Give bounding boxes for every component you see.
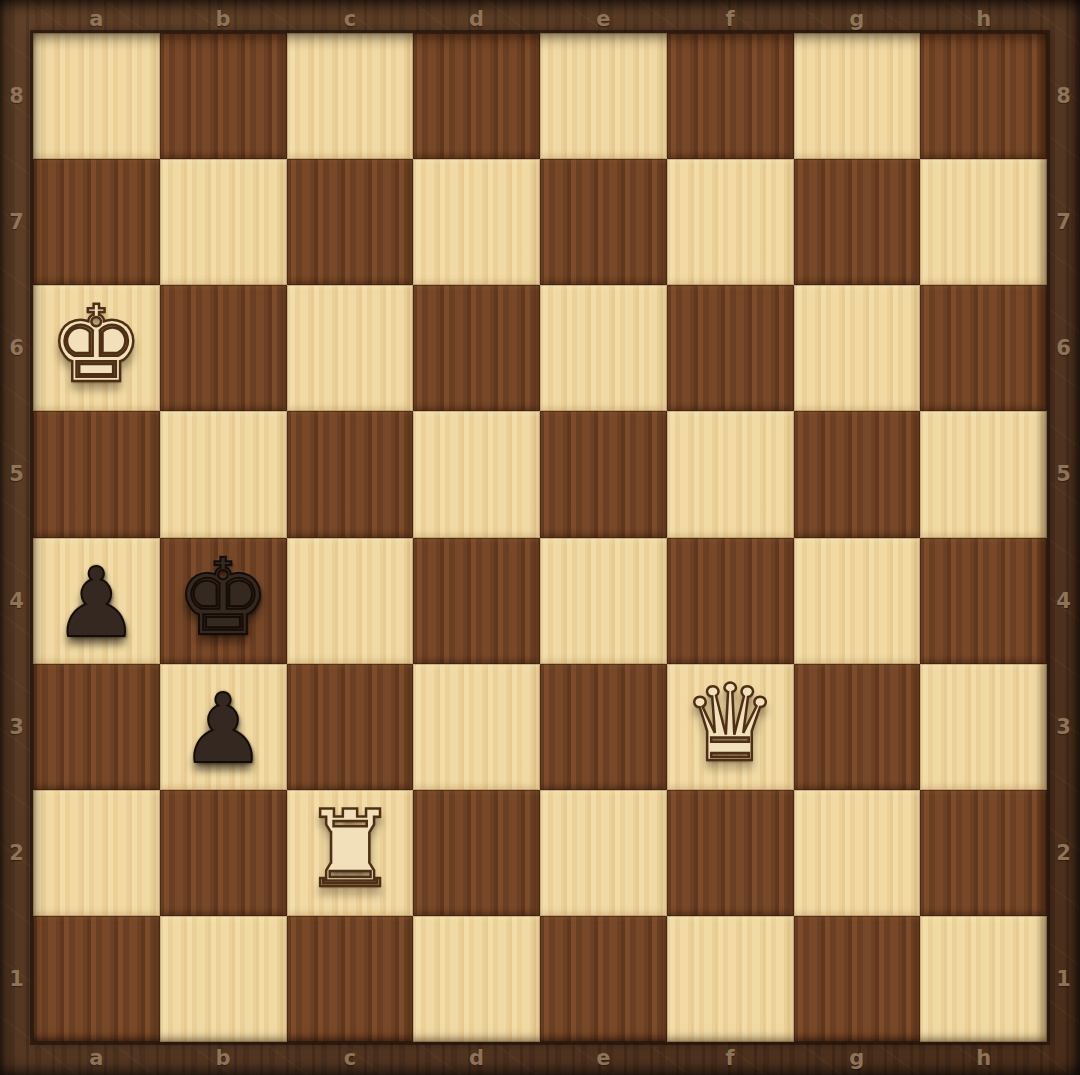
square-c3[interactable] bbox=[287, 664, 414, 790]
square-e6[interactable] bbox=[540, 285, 667, 411]
square-c8[interactable] bbox=[287, 33, 414, 159]
square-e7[interactable] bbox=[540, 159, 667, 285]
file-label-a-bottom: a bbox=[33, 1042, 160, 1075]
square-f7[interactable] bbox=[667, 159, 794, 285]
square-b4[interactable]: ♚ bbox=[160, 538, 287, 664]
rank-label-2-right: 2 bbox=[1047, 790, 1080, 916]
rank-label-8-left: 8 bbox=[0, 33, 33, 159]
square-d1[interactable] bbox=[413, 916, 540, 1042]
rank-label-6-right: 6 bbox=[1047, 285, 1080, 411]
square-e4[interactable] bbox=[540, 538, 667, 664]
square-d2[interactable] bbox=[413, 790, 540, 916]
file-label-h-top: h bbox=[920, 0, 1047, 33]
white-king[interactable]: ♚ bbox=[49, 292, 144, 398]
rank-label-6-left: 6 bbox=[0, 285, 33, 411]
square-d6[interactable] bbox=[413, 285, 540, 411]
square-b6[interactable] bbox=[160, 285, 287, 411]
rank-label-8-right: 8 bbox=[1047, 33, 1080, 159]
square-c7[interactable] bbox=[287, 159, 414, 285]
square-b2[interactable] bbox=[160, 790, 287, 916]
file-label-f-top: f bbox=[667, 0, 794, 33]
square-f6[interactable] bbox=[667, 285, 794, 411]
square-d3[interactable] bbox=[413, 664, 540, 790]
square-g4[interactable] bbox=[794, 538, 921, 664]
square-c6[interactable] bbox=[287, 285, 414, 411]
square-e3[interactable] bbox=[540, 664, 667, 790]
square-g3[interactable] bbox=[794, 664, 921, 790]
rank-label-7-left: 7 bbox=[0, 159, 33, 285]
square-e8[interactable] bbox=[540, 33, 667, 159]
square-a3[interactable] bbox=[33, 664, 160, 790]
square-a5[interactable] bbox=[33, 411, 160, 537]
square-h2[interactable] bbox=[920, 790, 1047, 916]
square-d4[interactable] bbox=[413, 538, 540, 664]
rank-label-1-right: 1 bbox=[1047, 916, 1080, 1042]
square-a1[interactable] bbox=[33, 916, 160, 1042]
square-h1[interactable] bbox=[920, 916, 1047, 1042]
square-b7[interactable] bbox=[160, 159, 287, 285]
square-f4[interactable] bbox=[667, 538, 794, 664]
square-a7[interactable] bbox=[33, 159, 160, 285]
square-c5[interactable] bbox=[287, 411, 414, 537]
square-c4[interactable] bbox=[287, 538, 414, 664]
rank-label-3-left: 3 bbox=[0, 664, 33, 790]
file-label-d-top: d bbox=[413, 0, 540, 33]
square-b3[interactable]: ♟ bbox=[160, 664, 287, 790]
file-label-a-top: a bbox=[33, 0, 160, 33]
square-h6[interactable] bbox=[920, 285, 1047, 411]
rank-label-5-left: 5 bbox=[0, 411, 33, 537]
black-pawn[interactable]: ♟ bbox=[53, 555, 139, 651]
file-label-g-bottom: g bbox=[794, 1042, 921, 1075]
square-d8[interactable] bbox=[413, 33, 540, 159]
black-pawn[interactable]: ♟ bbox=[180, 681, 266, 777]
black-king[interactable]: ♚ bbox=[176, 545, 271, 651]
square-g7[interactable] bbox=[794, 159, 921, 285]
square-h5[interactable] bbox=[920, 411, 1047, 537]
rank-label-7-right: 7 bbox=[1047, 159, 1080, 285]
rank-label-5-right: 5 bbox=[1047, 411, 1080, 537]
square-b1[interactable] bbox=[160, 916, 287, 1042]
rank-label-1-left: 1 bbox=[0, 916, 33, 1042]
square-a2[interactable] bbox=[33, 790, 160, 916]
file-label-g-top: g bbox=[794, 0, 921, 33]
file-labels-bottom: abcdefgh bbox=[33, 1042, 1047, 1075]
square-f5[interactable] bbox=[667, 411, 794, 537]
square-a8[interactable] bbox=[33, 33, 160, 159]
square-c1[interactable] bbox=[287, 916, 414, 1042]
rank-label-4-left: 4 bbox=[0, 538, 33, 664]
file-label-b-bottom: b bbox=[160, 1042, 287, 1075]
square-g8[interactable] bbox=[794, 33, 921, 159]
file-label-c-top: c bbox=[287, 0, 414, 33]
white-rook[interactable]: ♜ bbox=[302, 797, 397, 903]
rank-label-2-left: 2 bbox=[0, 790, 33, 916]
square-e5[interactable] bbox=[540, 411, 667, 537]
square-h7[interactable] bbox=[920, 159, 1047, 285]
file-label-d-bottom: d bbox=[413, 1042, 540, 1075]
square-e2[interactable] bbox=[540, 790, 667, 916]
square-e1[interactable] bbox=[540, 916, 667, 1042]
square-c2[interactable]: ♜ bbox=[287, 790, 414, 916]
square-f2[interactable] bbox=[667, 790, 794, 916]
file-label-f-bottom: f bbox=[667, 1042, 794, 1075]
rank-labels-left: 87654321 bbox=[0, 33, 33, 1042]
square-g6[interactable] bbox=[794, 285, 921, 411]
square-h4[interactable] bbox=[920, 538, 1047, 664]
square-h3[interactable] bbox=[920, 664, 1047, 790]
square-a4[interactable]: ♟ bbox=[33, 538, 160, 664]
square-f1[interactable] bbox=[667, 916, 794, 1042]
square-d7[interactable] bbox=[413, 159, 540, 285]
file-label-c-bottom: c bbox=[287, 1042, 414, 1075]
square-f3[interactable]: ♛ bbox=[667, 664, 794, 790]
board-grid: ♚♟♚♟♛♜ bbox=[33, 33, 1047, 1042]
file-label-b-top: b bbox=[160, 0, 287, 33]
file-labels-top: abcdefgh bbox=[33, 0, 1047, 33]
square-d5[interactable] bbox=[413, 411, 540, 537]
square-g5[interactable] bbox=[794, 411, 921, 537]
rank-label-4-right: 4 bbox=[1047, 538, 1080, 664]
file-label-e-top: e bbox=[540, 0, 667, 33]
square-g1[interactable] bbox=[794, 916, 921, 1042]
rank-labels-right: 87654321 bbox=[1047, 33, 1080, 1042]
square-h8[interactable] bbox=[920, 33, 1047, 159]
rank-label-3-right: 3 bbox=[1047, 664, 1080, 790]
white-queen[interactable]: ♛ bbox=[683, 671, 778, 777]
square-f8[interactable] bbox=[667, 33, 794, 159]
square-b8[interactable] bbox=[160, 33, 287, 159]
square-a6[interactable]: ♚ bbox=[33, 285, 160, 411]
square-b5[interactable] bbox=[160, 411, 287, 537]
file-label-h-bottom: h bbox=[920, 1042, 1047, 1075]
chess-board: abcdefgh abcdefgh 87654321 87654321 ♚♟♚♟… bbox=[0, 0, 1080, 1075]
square-g2[interactable] bbox=[794, 790, 921, 916]
file-label-e-bottom: e bbox=[540, 1042, 667, 1075]
